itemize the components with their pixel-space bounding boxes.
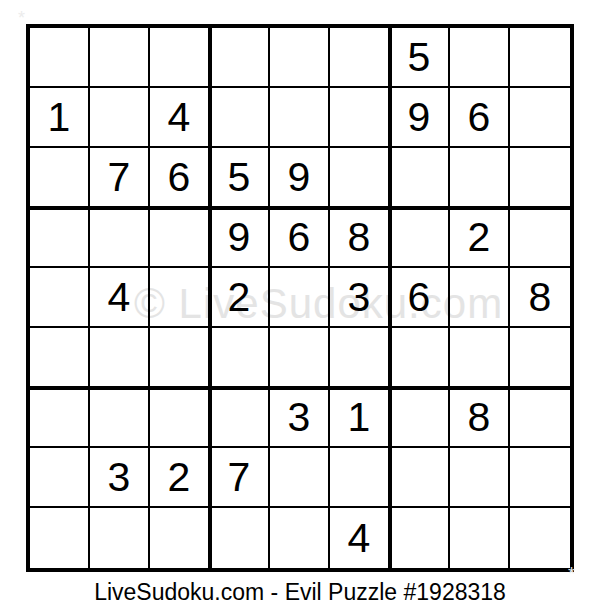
cell-r1c3[interactable] <box>150 28 210 88</box>
cell-r6c3[interactable] <box>150 328 210 388</box>
given-digit: 4 <box>348 518 371 559</box>
given-digit: 5 <box>408 37 431 78</box>
cell-r4c5[interactable]: 6 <box>270 208 330 268</box>
cell-r1c8[interactable] <box>450 28 510 88</box>
cell-r3c2[interactable]: 7 <box>90 148 150 208</box>
given-digit: 1 <box>348 397 371 438</box>
cell-r7c4[interactable] <box>210 388 270 448</box>
cell-r7c8[interactable]: 8 <box>450 388 510 448</box>
box-divider-horizontal-2 <box>30 386 570 390</box>
given-digit: 2 <box>468 217 491 258</box>
cell-r5c9[interactable]: 8 <box>510 268 570 328</box>
cell-r1c5[interactable] <box>270 28 330 88</box>
given-digit: 8 <box>468 397 491 438</box>
cell-r3c1[interactable] <box>30 148 90 208</box>
cell-r8c2[interactable]: 3 <box>90 448 150 508</box>
cell-r3c6[interactable] <box>330 148 390 208</box>
cell-r8c9[interactable] <box>510 448 570 508</box>
cell-r4c1[interactable] <box>30 208 90 268</box>
cell-r6c1[interactable] <box>30 328 90 388</box>
cell-r4c8[interactable]: 2 <box>450 208 510 268</box>
cell-r5c4[interactable]: 2 <box>210 268 270 328</box>
given-digit: 8 <box>348 217 371 258</box>
cell-r2c6[interactable] <box>330 88 390 148</box>
given-digit: 9 <box>288 157 311 198</box>
given-digit: 6 <box>288 217 311 258</box>
cell-r9c4[interactable] <box>210 508 270 568</box>
cell-r6c6[interactable] <box>330 328 390 388</box>
cell-r1c6[interactable] <box>330 28 390 88</box>
cell-r6c8[interactable] <box>450 328 510 388</box>
cell-r3c9[interactable] <box>510 148 570 208</box>
cell-r7c9[interactable] <box>510 388 570 448</box>
cell-r5c7[interactable]: 6 <box>390 268 450 328</box>
given-digit: 3 <box>288 397 311 438</box>
given-digit: 2 <box>228 277 251 318</box>
cell-r8c3[interactable]: 2 <box>150 448 210 508</box>
cell-r3c4[interactable]: 5 <box>210 148 270 208</box>
given-digit: 3 <box>348 277 371 318</box>
cell-r9c8[interactable] <box>450 508 510 568</box>
cell-r8c8[interactable] <box>450 448 510 508</box>
cell-r5c5[interactable] <box>270 268 330 328</box>
cell-r5c1[interactable] <box>30 268 90 328</box>
cell-r1c2[interactable] <box>90 28 150 88</box>
given-digit: 4 <box>168 97 191 138</box>
cell-r4c4[interactable]: 9 <box>210 208 270 268</box>
box-divider-vertical-2 <box>388 28 392 568</box>
given-digit: 6 <box>468 97 491 138</box>
cell-r5c6[interactable]: 3 <box>330 268 390 328</box>
cell-r7c7[interactable] <box>390 388 450 448</box>
cell-r8c5[interactable] <box>270 448 330 508</box>
cell-r3c3[interactable]: 6 <box>150 148 210 208</box>
given-digit: 7 <box>108 157 131 198</box>
cell-r2c1[interactable]: 1 <box>30 88 90 148</box>
cell-r7c5[interactable]: 3 <box>270 388 330 448</box>
cell-r2c9[interactable] <box>510 88 570 148</box>
sudoku-grid: 5149676599682423683183274 <box>30 28 570 568</box>
given-digit: 9 <box>228 217 251 258</box>
cell-r9c3[interactable] <box>150 508 210 568</box>
cell-r1c7[interactable]: 5 <box>390 28 450 88</box>
cell-r2c3[interactable]: 4 <box>150 88 210 148</box>
cell-r2c5[interactable] <box>270 88 330 148</box>
cell-r3c8[interactable] <box>450 148 510 208</box>
cell-r2c4[interactable] <box>210 88 270 148</box>
cell-r7c6[interactable]: 1 <box>330 388 390 448</box>
cell-r3c7[interactable] <box>390 148 450 208</box>
cell-r4c6[interactable]: 8 <box>330 208 390 268</box>
cell-r9c2[interactable] <box>90 508 150 568</box>
given-digit: 3 <box>108 457 131 498</box>
sudoku-board: © LiveSudoku.com 51496765996824236831832… <box>26 24 574 572</box>
cell-r4c2[interactable] <box>90 208 150 268</box>
cell-r5c2[interactable]: 4 <box>90 268 150 328</box>
cell-r7c2[interactable] <box>90 388 150 448</box>
sparkle-mark-top-left: * <box>18 8 25 29</box>
cell-r3c5[interactable]: 9 <box>270 148 330 208</box>
cell-r1c4[interactable] <box>210 28 270 88</box>
cell-r4c3[interactable] <box>150 208 210 268</box>
given-digit: 6 <box>168 157 191 198</box>
cell-r9c9[interactable] <box>510 508 570 568</box>
cell-r8c1[interactable] <box>30 448 90 508</box>
given-digit: 5 <box>228 157 251 198</box>
given-digit: 9 <box>408 97 431 138</box>
cell-r1c9[interactable] <box>510 28 570 88</box>
cell-r4c7[interactable] <box>390 208 450 268</box>
cell-r2c7[interactable]: 9 <box>390 88 450 148</box>
sudoku-page: * © LiveSudoku.com 514967659968242368318… <box>0 0 600 615</box>
cell-r6c5[interactable] <box>270 328 330 388</box>
given-digit: 2 <box>168 457 191 498</box>
cell-r9c6[interactable]: 4 <box>330 508 390 568</box>
cell-r1c1[interactable] <box>30 28 90 88</box>
box-divider-vertical-1 <box>208 28 212 568</box>
cell-r5c3[interactable] <box>150 268 210 328</box>
cell-r8c7[interactable] <box>390 448 450 508</box>
given-digit: 7 <box>228 457 251 498</box>
cell-r6c7[interactable] <box>390 328 450 388</box>
cell-r8c4[interactable]: 7 <box>210 448 270 508</box>
given-digit: 6 <box>408 277 431 318</box>
cell-r7c1[interactable] <box>30 388 90 448</box>
cell-r7c3[interactable] <box>150 388 210 448</box>
cell-r6c2[interactable] <box>90 328 150 388</box>
caption: LiveSudoku.com - Evil Puzzle #1928318 <box>0 579 600 606</box>
cell-r6c9[interactable] <box>510 328 570 388</box>
box-divider-horizontal-1 <box>30 206 570 210</box>
given-digit: 8 <box>529 277 552 318</box>
given-digit: 1 <box>48 97 71 138</box>
cell-r8c6[interactable] <box>330 448 390 508</box>
cell-r6c4[interactable] <box>210 328 270 388</box>
cell-r5c8[interactable] <box>450 268 510 328</box>
cell-r2c8[interactable]: 6 <box>450 88 510 148</box>
given-digit: 4 <box>108 277 131 318</box>
cell-r9c5[interactable] <box>270 508 330 568</box>
cell-r9c1[interactable] <box>30 508 90 568</box>
cell-r9c7[interactable] <box>390 508 450 568</box>
cell-r4c9[interactable] <box>510 208 570 268</box>
cell-r2c2[interactable] <box>90 88 150 148</box>
